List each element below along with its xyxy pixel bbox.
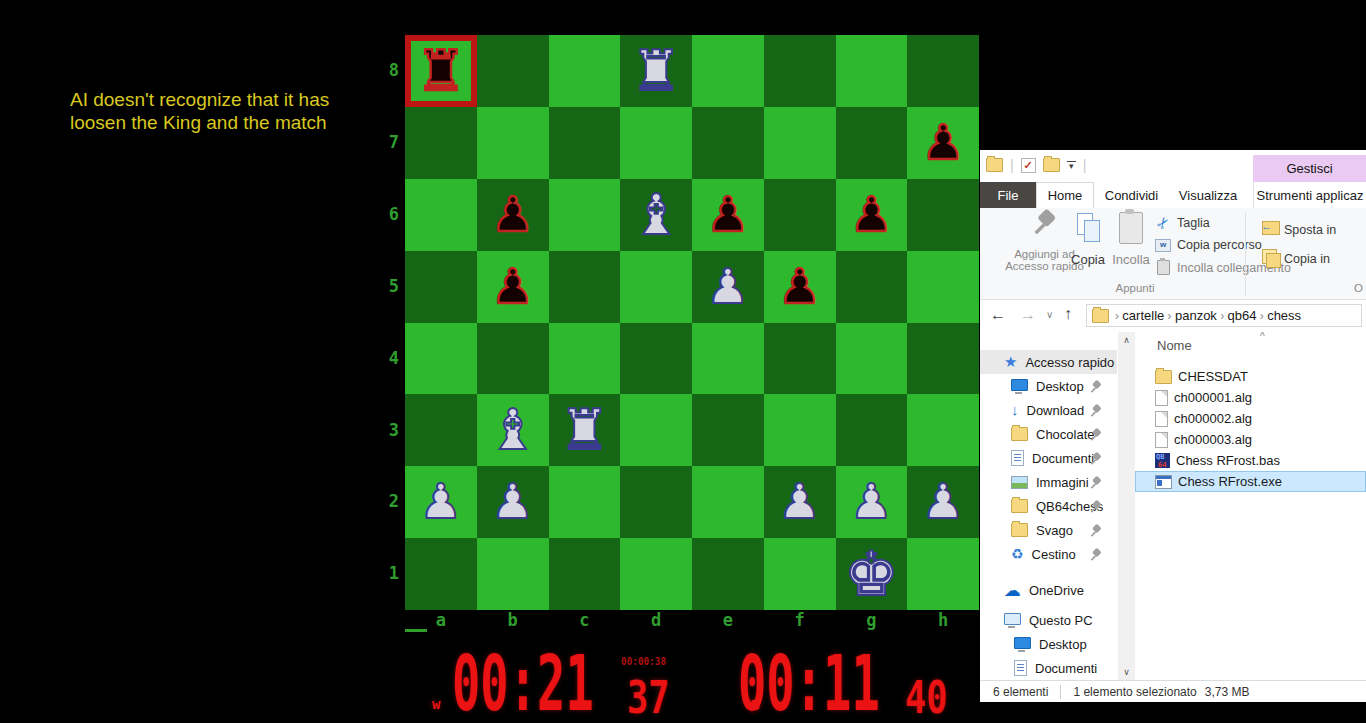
sidebar-item-label: Download: [1027, 403, 1085, 418]
square-b6[interactable]: ♟: [477, 179, 549, 251]
folder-icon: [1011, 499, 1028, 513]
recycle-icon: ♻: [1011, 547, 1024, 561]
forward-arrow-icon[interactable]: →: [1020, 306, 1036, 324]
square-d6[interactable]: ♝: [620, 179, 692, 251]
square-c3[interactable]: ♜: [549, 394, 621, 466]
red-pawn[interactable]: ♟: [692, 179, 764, 251]
pin-icon: [1033, 211, 1057, 235]
square-h2[interactable]: ♟: [907, 466, 979, 538]
sidebar-item-label: Cestino: [1032, 547, 1076, 562]
white-clock-seconds: 37: [627, 676, 669, 720]
column-header-name[interactable]: Nome: [1157, 338, 1192, 353]
square-f8[interactable]: [764, 35, 836, 107]
chess-board: ♜♜♟♟♝♟♟♟♟♟♝♜♟♟♟♟♟♚: [405, 35, 979, 610]
annotation-line2: loosen the King and the match: [70, 111, 329, 134]
white-bishop[interactable]: ♝: [477, 394, 549, 466]
square-g5[interactable]: [836, 251, 908, 323]
square-e8[interactable]: [692, 35, 764, 107]
folder-icon: [1011, 427, 1028, 441]
toolbar-separator: |: [1083, 157, 1087, 173]
tab-file[interactable]: File: [980, 182, 1036, 208]
file-icon: [1155, 390, 1168, 406]
qb64-icon: [1155, 453, 1170, 468]
scrollbar[interactable]: ∧ ∨: [1118, 332, 1135, 680]
download-icon: ↓: [1011, 403, 1019, 417]
pinned-icon: [1090, 501, 1102, 513]
rank-label-3: 3: [381, 395, 399, 467]
document-icon: [1014, 660, 1027, 676]
square-g3[interactable]: [836, 394, 908, 466]
breadcrumb-separator-icon: ›: [1164, 309, 1175, 323]
sidebar-item-label: OneDrive: [1029, 583, 1084, 598]
file-icon: [1155, 411, 1168, 427]
file-name: CHESSDAT: [1178, 369, 1248, 384]
square-h7[interactable]: ♟: [907, 107, 979, 179]
square-f7[interactable]: [764, 107, 836, 179]
rank-label-8: 8: [381, 35, 399, 107]
ribbon-tabs: File Home Condividi Visualizza Strumenti…: [980, 182, 1366, 208]
selection-count: 1 elemento selezionato: [1073, 685, 1196, 699]
red-rook[interactable]: ♜: [405, 35, 477, 107]
items-count: 6 elementi: [993, 685, 1048, 699]
pinned-icon: [1090, 549, 1102, 561]
breadcrumb-item-cartelle[interactable]: cartelle: [1122, 308, 1164, 323]
square-e2[interactable]: [692, 466, 764, 538]
square-h4[interactable]: [907, 323, 979, 395]
white-bishop[interactable]: ♝: [620, 179, 692, 251]
sidebar-item-label: Chocolate: [1036, 427, 1095, 442]
white-clock-label: w: [432, 697, 440, 711]
file-label-g: g: [836, 610, 908, 630]
square-c6[interactable]: [549, 179, 621, 251]
square-g8[interactable]: [836, 35, 908, 107]
sidebar-item-qb64chess[interactable]: QB64chess: [980, 494, 1117, 518]
sidebar-item-svago[interactable]: Svago: [980, 518, 1117, 542]
square-c8[interactable]: [549, 35, 621, 107]
square-e1[interactable]: [692, 538, 764, 610]
square-f1[interactable]: [764, 538, 836, 610]
clipboard-group-label: Appunti: [1100, 282, 1170, 294]
file-name: Chess RFrost.exe: [1178, 474, 1282, 489]
square-g1[interactable]: ♚: [836, 538, 908, 610]
sidebar-item-accesso-rapido[interactable]: ★Accesso rapido: [980, 350, 1117, 374]
square-a4[interactable]: [405, 323, 477, 395]
title-bar: | ✓ ▾ | Gestisci: [980, 150, 1366, 182]
tab-strumenti-applicazione[interactable]: Strumenti applicaz: [1253, 182, 1366, 208]
copy-to-button[interactable]: Copia in: [1284, 252, 1330, 266]
folder-icon[interactable]: [1043, 158, 1060, 172]
back-arrow-icon[interactable]: ←: [990, 306, 1006, 324]
sidebar-item-desktop[interactable]: Desktop: [980, 374, 1117, 398]
square-h5[interactable]: [907, 251, 979, 323]
file-name: ch000003.alg: [1174, 432, 1252, 447]
cursor-dash: [405, 629, 427, 632]
status-bar: 6 elementi 1 elemento selezionato 3,73 M…: [980, 680, 1366, 702]
pinned-icon: [1090, 525, 1102, 537]
file-label-h: h: [907, 610, 979, 630]
square-h6[interactable]: [907, 179, 979, 251]
square-a7[interactable]: [405, 107, 477, 179]
square-f4[interactable]: [764, 323, 836, 395]
document-icon: [1011, 450, 1024, 466]
rank-label-1: 1: [381, 538, 399, 610]
folder-icon[interactable]: [986, 158, 1003, 172]
red-pawn[interactable]: ♟: [764, 251, 836, 323]
monitor-icon: [1014, 637, 1031, 649]
status-separator: [1060, 685, 1061, 699]
file-row-chess-rfrost-bas[interactable]: Chess RFrost.bas: [1135, 450, 1366, 471]
square-e6[interactable]: ♟: [692, 179, 764, 251]
file-rows: CHESSDATch000001.algch000002.algch000003…: [1135, 366, 1366, 492]
cloud-icon: ☁: [1004, 583, 1021, 598]
paste-shortcut-icon: [1157, 260, 1170, 275]
file-row-ch000003-alg[interactable]: ch000003.alg: [1135, 429, 1366, 450]
tab-home[interactable]: Home: [1036, 182, 1094, 208]
square-e3[interactable]: [692, 394, 764, 466]
square-b7[interactable]: [477, 107, 549, 179]
paste-icon: [1119, 212, 1143, 244]
pinned-icon: [1090, 381, 1102, 393]
square-b2[interactable]: ♟: [477, 466, 549, 538]
file-label-a: a: [405, 610, 477, 630]
up-arrow-icon[interactable]: ↑: [1064, 305, 1072, 323]
selection-size: 3,73 MB: [1205, 685, 1250, 699]
square-e7[interactable]: [692, 107, 764, 179]
sidebar-item-desktop[interactable]: Desktop: [980, 632, 1117, 656]
sidebar-item-label: Desktop: [1036, 379, 1084, 394]
white-clock-total: 00:00:38: [621, 656, 666, 667]
square-c4[interactable]: [549, 323, 621, 395]
square-a3[interactable]: [405, 394, 477, 466]
move-to-button[interactable]: Sposta in: [1284, 223, 1336, 237]
folder-icon: [1092, 309, 1109, 323]
file-name: ch000002.alg: [1174, 411, 1252, 426]
file-label-b: b: [477, 610, 549, 630]
sidebar-item-label: Desktop: [1039, 637, 1087, 652]
breadcrumb-separator-icon: ›: [1256, 309, 1267, 323]
file-label-c: c: [549, 610, 621, 630]
square-c1[interactable]: [549, 538, 621, 610]
sidebar-item-documenti[interactable]: Documenti: [980, 656, 1117, 680]
red-pawn[interactable]: ♟: [477, 251, 549, 323]
square-a5[interactable]: [405, 251, 477, 323]
red-pawn[interactable]: ♟: [477, 179, 549, 251]
square-f6[interactable]: [764, 179, 836, 251]
toolbar-dropdown-icon[interactable]: ▾: [1067, 161, 1076, 170]
white-clock-time: 00:21: [452, 646, 594, 722]
breadcrumb-item-chess[interactable]: chess: [1267, 308, 1301, 323]
paste-button[interactable]: Incolla: [1108, 252, 1154, 267]
file-row-chess-rfrost-exe[interactable]: Chess RFrost.exe: [1135, 471, 1366, 492]
square-c2[interactable]: [549, 466, 621, 538]
white-pawn[interactable]: ♟: [907, 466, 979, 538]
annotation-line1: AI doesn't recognize that it has: [70, 88, 329, 111]
monitor-icon: [1011, 379, 1028, 391]
sidebar-item-cestino[interactable]: ♻Cestino: [980, 542, 1117, 566]
sidebar-item-questo-pc[interactable]: Questo PC: [980, 608, 1117, 632]
move-to-icon: [1262, 221, 1280, 235]
quick-access-toolbar: | ✓ ▾ |: [986, 157, 1086, 173]
file-name: ch000001.alg: [1174, 390, 1252, 405]
square-h8[interactable]: [907, 35, 979, 107]
square-d4[interactable]: [620, 323, 692, 395]
file-label-f: f: [764, 610, 836, 630]
folder-icon: [1011, 523, 1028, 537]
square-g2[interactable]: ♟: [836, 466, 908, 538]
toolbar-separator: |: [1010, 157, 1014, 173]
folder-icon: [1155, 370, 1172, 384]
black-clock-time: 00:11: [738, 646, 880, 722]
white-pawn[interactable]: ♟: [477, 466, 549, 538]
rank-label-5: 5: [381, 251, 399, 323]
copy-to-icon: [1262, 249, 1277, 264]
sidebar-item-label: Immagini: [1036, 475, 1089, 490]
square-c5[interactable]: [549, 251, 621, 323]
file-explorer-window: | ✓ ▾ | Gestisci File Home Condividi Vis…: [980, 150, 1366, 701]
white-pawn[interactable]: ♟: [764, 466, 836, 538]
pinned-icon: [1090, 477, 1102, 489]
exe-icon: [1155, 475, 1172, 489]
breadcrumb: › cartelle › panzok › qb64 › chess: [1115, 308, 1301, 323]
picture-icon: [1011, 476, 1028, 489]
square-e4[interactable]: [692, 323, 764, 395]
red-pawn[interactable]: ♟: [907, 107, 979, 179]
square-d8[interactable]: ♜: [620, 35, 692, 107]
pc-icon: [1004, 613, 1021, 625]
square-f5[interactable]: ♟: [764, 251, 836, 323]
breadcrumb-separator-icon: ›: [1217, 309, 1228, 323]
navigation-pane: ★Accesso rapidoDesktop↓DownloadChocolate…: [980, 350, 1117, 680]
white-pawn[interactable]: ♟: [836, 466, 908, 538]
cut-button[interactable]: Taglia: [1177, 216, 1210, 230]
square-e5[interactable]: ♟: [692, 251, 764, 323]
sidebar-item-label: Questo PC: [1029, 613, 1093, 628]
sidebar-item-label: Accesso rapido: [1025, 355, 1114, 370]
copy-button[interactable]: Copia: [1066, 252, 1110, 267]
sidebar-item-download[interactable]: ↓Download: [980, 398, 1117, 422]
square-f3[interactable]: [764, 394, 836, 466]
scroll-up-icon[interactable]: ∧: [1118, 332, 1135, 348]
square-g4[interactable]: [836, 323, 908, 395]
sidebar-item-immagini[interactable]: Immagini: [980, 470, 1117, 494]
file-name: Chess RFrost.bas: [1176, 453, 1280, 468]
checkmark-icon[interactable]: ✓: [1021, 158, 1036, 173]
breadcrumb-item-qb64[interactable]: qb64: [1228, 308, 1257, 323]
square-d7[interactable]: [620, 107, 692, 179]
black-clock-seconds: 40: [905, 676, 947, 720]
scroll-down-icon[interactable]: ∨: [1118, 664, 1135, 680]
square-a8[interactable]: ♜: [405, 35, 477, 107]
square-d3[interactable]: [620, 394, 692, 466]
white-pawn[interactable]: ♟: [405, 466, 477, 538]
square-h3[interactable]: [907, 394, 979, 466]
copy-path-icon: w: [1155, 239, 1171, 252]
square-c7[interactable]: [549, 107, 621, 179]
sort-ascending-icon[interactable]: ^: [1260, 331, 1265, 342]
screen: AI doesn't recognize that it has loosen …: [0, 0, 1366, 723]
sidebar-item-chocolate[interactable]: Chocolate: [980, 422, 1117, 446]
sidebar-item-label: Documenti: [1032, 451, 1094, 466]
square-b3[interactable]: ♝: [477, 394, 549, 466]
rank-label-6: 6: [381, 179, 399, 251]
sidebar-item-onedrive[interactable]: ☁OneDrive: [980, 578, 1117, 602]
square-b8[interactable]: [477, 35, 549, 107]
square-a2[interactable]: ♟: [405, 466, 477, 538]
cut-icon: ✂: [1152, 213, 1174, 234]
address-bar: ← → ∨ ↑ › cartelle › panzok › qb64 › che…: [980, 300, 1366, 332]
square-b5[interactable]: ♟: [477, 251, 549, 323]
pinned-icon: [1090, 429, 1102, 441]
white-rook[interactable]: ♜: [549, 394, 621, 466]
address-input[interactable]: › cartelle › panzok › qb64 › chess: [1086, 304, 1362, 327]
sidebar-item-label: Documenti: [1035, 661, 1097, 676]
red-pawn[interactable]: ♟: [836, 179, 908, 251]
ribbon-group-separator: [1245, 212, 1246, 296]
white-pawn[interactable]: ♟: [692, 251, 764, 323]
square-g6[interactable]: ♟: [836, 179, 908, 251]
organize-group-label-cut: O: [1354, 282, 1363, 294]
breadcrumb-item-panzok[interactable]: panzok: [1175, 308, 1217, 323]
star-icon: ★: [1004, 355, 1017, 369]
copy-icon: [1075, 213, 1101, 243]
rank-label-2: 2: [381, 466, 399, 538]
square-d1[interactable]: [620, 538, 692, 610]
file-row-chessdat[interactable]: CHESSDAT: [1135, 366, 1366, 387]
annotation-text: AI doesn't recognize that it has loosen …: [70, 88, 329, 134]
square-f2[interactable]: ♟: [764, 466, 836, 538]
square-a1[interactable]: [405, 538, 477, 610]
file-row-ch000001-alg[interactable]: ch000001.alg: [1135, 387, 1366, 408]
file-label-d: d: [620, 610, 692, 630]
rank-label-4: 4: [381, 323, 399, 395]
square-b1[interactable]: [477, 538, 549, 610]
square-a6[interactable]: [405, 179, 477, 251]
ribbon: Aggiungi ad Accesso rapido Copia Incolla…: [980, 208, 1366, 300]
square-g7[interactable]: [836, 107, 908, 179]
sidebar-item-label: Svago: [1036, 523, 1073, 538]
file-label-e: e: [692, 610, 764, 630]
white-king[interactable]: ♚: [836, 538, 908, 610]
rank-label-7: 7: [381, 107, 399, 179]
gestisci-contextual-tab-header: Gestisci: [1253, 155, 1366, 182]
square-b4[interactable]: [477, 323, 549, 395]
file-row-ch000002-alg[interactable]: ch000002.alg: [1135, 408, 1366, 429]
white-rook[interactable]: ♜: [620, 35, 692, 107]
sidebar-item-documenti[interactable]: Documenti: [980, 446, 1117, 470]
copy-path-button[interactable]: Copia percorso: [1177, 238, 1262, 252]
pinned-icon: [1090, 405, 1102, 417]
file-icon: [1155, 432, 1168, 448]
pinned-icon: [1090, 453, 1102, 465]
square-d5[interactable]: [620, 251, 692, 323]
tab-visualizza[interactable]: Visualizza: [1169, 182, 1247, 208]
recent-locations-chevron-icon[interactable]: ∨: [1046, 309, 1053, 320]
square-h1[interactable]: [907, 538, 979, 610]
tab-condividi[interactable]: Condividi: [1094, 182, 1169, 208]
square-d2[interactable]: [620, 466, 692, 538]
